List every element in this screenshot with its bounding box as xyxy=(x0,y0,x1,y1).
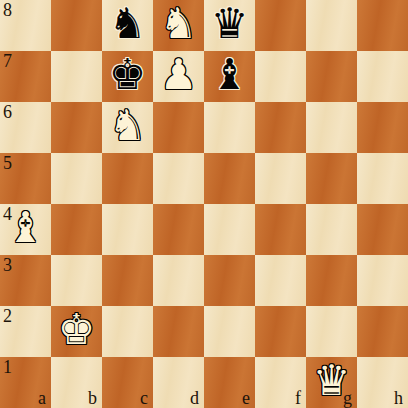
square-d2[interactable] xyxy=(153,306,204,357)
rank-label-5: 5 xyxy=(3,153,12,173)
square-d5[interactable] xyxy=(153,153,204,204)
square-d4[interactable] xyxy=(153,204,204,255)
square-b6[interactable] xyxy=(51,102,102,153)
square-e7[interactable]: ♝ xyxy=(204,51,255,102)
square-b3[interactable] xyxy=(51,255,102,306)
square-g5[interactable] xyxy=(306,153,357,204)
rank-label-2: 2 xyxy=(3,306,12,326)
square-f8[interactable] xyxy=(255,0,306,51)
square-e8[interactable]: ♛ xyxy=(204,0,255,51)
square-a6[interactable]: 6 xyxy=(0,102,51,153)
square-h8[interactable] xyxy=(357,0,408,51)
rank-label-1: 1 xyxy=(3,357,12,377)
rank-label-6: 6 xyxy=(3,102,12,122)
square-g1[interactable]: g♛ xyxy=(306,357,357,408)
square-d7[interactable]: ♟ xyxy=(153,51,204,102)
file-label-f: f xyxy=(295,389,301,408)
square-d6[interactable] xyxy=(153,102,204,153)
square-a1[interactable]: 1a xyxy=(0,357,51,408)
square-c3[interactable] xyxy=(102,255,153,306)
piece-white-knight[interactable]: ♞ xyxy=(109,100,147,151)
piece-white-bishop[interactable]: ♝ xyxy=(7,202,45,253)
file-label-d: d xyxy=(190,389,199,408)
square-h6[interactable] xyxy=(357,102,408,153)
square-g7[interactable] xyxy=(306,51,357,102)
square-f1[interactable]: f xyxy=(255,357,306,408)
piece-white-pawn[interactable]: ♟ xyxy=(160,49,198,100)
piece-black-bishop[interactable]: ♝ xyxy=(211,49,249,100)
piece-white-king[interactable]: ♚ xyxy=(58,304,96,355)
file-label-c: c xyxy=(140,389,148,408)
square-a2[interactable]: 2 xyxy=(0,306,51,357)
square-e6[interactable] xyxy=(204,102,255,153)
square-c4[interactable] xyxy=(102,204,153,255)
square-h2[interactable] xyxy=(357,306,408,357)
square-b2[interactable]: ♚ xyxy=(51,306,102,357)
square-d1[interactable]: d xyxy=(153,357,204,408)
square-f4[interactable] xyxy=(255,204,306,255)
square-g2[interactable] xyxy=(306,306,357,357)
square-a7[interactable]: 7 xyxy=(0,51,51,102)
square-b5[interactable] xyxy=(51,153,102,204)
square-a5[interactable]: 5 xyxy=(0,153,51,204)
rank-label-7: 7 xyxy=(3,51,12,71)
square-g4[interactable] xyxy=(306,204,357,255)
square-c7[interactable]: ♚ xyxy=(102,51,153,102)
square-c6[interactable]: ♞ xyxy=(102,102,153,153)
file-label-b: b xyxy=(88,389,97,408)
square-h1[interactable]: h xyxy=(357,357,408,408)
square-e1[interactable]: e xyxy=(204,357,255,408)
rank-label-8: 8 xyxy=(3,0,12,20)
square-e3[interactable] xyxy=(204,255,255,306)
square-f5[interactable] xyxy=(255,153,306,204)
piece-black-queen[interactable]: ♛ xyxy=(211,0,249,49)
piece-black-king[interactable]: ♚ xyxy=(109,49,147,100)
square-g3[interactable] xyxy=(306,255,357,306)
square-f2[interactable] xyxy=(255,306,306,357)
square-b1[interactable]: b xyxy=(51,357,102,408)
file-label-a: a xyxy=(38,389,46,408)
file-label-e: e xyxy=(242,389,250,408)
square-a4[interactable]: 4♝ xyxy=(0,204,51,255)
square-f7[interactable] xyxy=(255,51,306,102)
square-e5[interactable] xyxy=(204,153,255,204)
square-c5[interactable] xyxy=(102,153,153,204)
piece-white-knight[interactable]: ♞ xyxy=(160,0,198,49)
square-h3[interactable] xyxy=(357,255,408,306)
rank-label-3: 3 xyxy=(3,255,12,275)
square-b7[interactable] xyxy=(51,51,102,102)
square-d3[interactable] xyxy=(153,255,204,306)
square-d8[interactable]: ♞ xyxy=(153,0,204,51)
square-e4[interactable] xyxy=(204,204,255,255)
piece-white-queen[interactable]: ♛ xyxy=(313,355,351,406)
square-h4[interactable] xyxy=(357,204,408,255)
square-f3[interactable] xyxy=(255,255,306,306)
square-f6[interactable] xyxy=(255,102,306,153)
square-c1[interactable]: c xyxy=(102,357,153,408)
square-a8[interactable]: 8 xyxy=(0,0,51,51)
file-label-h: h xyxy=(394,389,403,408)
square-g8[interactable] xyxy=(306,0,357,51)
square-c2[interactable] xyxy=(102,306,153,357)
square-h5[interactable] xyxy=(357,153,408,204)
chess-board: 8♞♞♛7♚♟♝6♞54♝32♚1abcdefg♛h xyxy=(0,0,408,408)
square-g6[interactable] xyxy=(306,102,357,153)
square-c8[interactable]: ♞ xyxy=(102,0,153,51)
square-b8[interactable] xyxy=(51,0,102,51)
square-a3[interactable]: 3 xyxy=(0,255,51,306)
piece-black-knight[interactable]: ♞ xyxy=(109,0,147,49)
square-e2[interactable] xyxy=(204,306,255,357)
square-h7[interactable] xyxy=(357,51,408,102)
square-b4[interactable] xyxy=(51,204,102,255)
